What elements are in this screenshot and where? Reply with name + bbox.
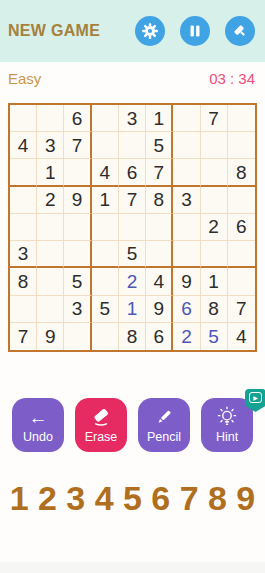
header-bar: NEW GAME	[0, 0, 265, 62]
eraser-icon	[90, 406, 112, 428]
gear-icon	[141, 22, 159, 40]
cell-r4c3[interactable]: 9	[64, 187, 91, 214]
lightbulb-icon	[216, 406, 238, 428]
cell-r7c8[interactable]: 1	[201, 268, 228, 295]
cell-r2c5[interactable]	[119, 132, 146, 159]
cell-r1c6[interactable]: 1	[146, 105, 173, 132]
cell-r1c2[interactable]	[37, 105, 64, 132]
pause-icon	[188, 24, 202, 38]
cell-r8c7[interactable]: 6	[173, 296, 200, 323]
numpad-1[interactable]: 1	[5, 476, 33, 520]
difficulty-label: Easy	[8, 70, 209, 87]
cell-r3c7[interactable]	[173, 159, 200, 186]
numpad-8[interactable]: 8	[203, 476, 231, 520]
cell-r6c8[interactable]	[201, 241, 228, 268]
cell-r7c1[interactable]: 8	[10, 268, 37, 295]
cell-r3c5[interactable]: 6	[119, 159, 146, 186]
cell-r9c2[interactable]: 9	[37, 323, 64, 350]
pause-button[interactable]	[180, 16, 210, 46]
hint-button[interactable]: Hint ▶	[201, 398, 253, 452]
cell-r9c5[interactable]: 8	[119, 323, 146, 350]
settings-button[interactable]	[135, 16, 165, 46]
undo-arrow-icon: ←	[29, 406, 48, 428]
cell-r6c2[interactable]	[37, 241, 64, 268]
cell-r6c1[interactable]: 3	[10, 241, 37, 268]
cell-r9c3[interactable]	[64, 323, 91, 350]
cell-r7c2[interactable]	[37, 268, 64, 295]
cell-r6c6[interactable]	[146, 241, 173, 268]
cell-r9c8[interactable]: 5	[201, 323, 228, 350]
play-icon: ▶	[249, 392, 262, 403]
cell-r4c4[interactable]: 1	[92, 187, 119, 214]
erase-label: Erase	[85, 430, 118, 444]
cell-r3c4[interactable]: 4	[92, 159, 119, 186]
new-game-button[interactable]: NEW GAME	[8, 22, 120, 40]
cell-r4c5[interactable]: 7	[119, 187, 146, 214]
cell-r8c9[interactable]: 7	[228, 296, 255, 323]
cell-r6c9[interactable]	[228, 241, 255, 268]
cell-r2c6[interactable]: 5	[146, 132, 173, 159]
cell-r3c8[interactable]	[201, 159, 228, 186]
cell-r9c4[interactable]	[92, 323, 119, 350]
cell-r4c7[interactable]: 3	[173, 187, 200, 214]
cell-r1c8[interactable]: 7	[201, 105, 228, 132]
undo-label: Undo	[23, 430, 53, 444]
cell-r1c5[interactable]: 3	[119, 105, 146, 132]
cell-r2c7[interactable]	[173, 132, 200, 159]
cell-r5c7[interactable]	[173, 214, 200, 241]
cell-r3c2[interactable]: 1	[37, 159, 64, 186]
cell-r4c1[interactable]	[10, 187, 37, 214]
timer: 03 : 34	[209, 70, 255, 87]
video-ad-play-badge[interactable]: ▶	[245, 389, 265, 412]
hint-label: Hint	[216, 430, 238, 444]
cell-r7c9[interactable]	[228, 268, 255, 295]
cell-r7c7[interactable]: 9	[173, 268, 200, 295]
cell-r8c4[interactable]: 5	[92, 296, 119, 323]
cell-r1c9[interactable]	[228, 105, 255, 132]
pencil-label: Pencil	[147, 430, 181, 444]
sudoku-board: 6317437514678291783263585249135196877986…	[8, 103, 257, 352]
cell-r1c3[interactable]: 6	[64, 105, 91, 132]
cell-r4c8[interactable]	[201, 187, 228, 214]
cell-r8c1[interactable]	[10, 296, 37, 323]
cell-r5c4[interactable]	[92, 214, 119, 241]
cell-r8c8[interactable]: 8	[201, 296, 228, 323]
cell-r1c4[interactable]	[92, 105, 119, 132]
toolbar: ← Undo Erase	[0, 398, 265, 452]
cell-r4c2[interactable]: 2	[37, 187, 64, 214]
cell-r4c6[interactable]: 8	[146, 187, 173, 214]
pencil-button[interactable]: Pencil	[138, 398, 190, 452]
cell-r9c1[interactable]: 7	[10, 323, 37, 350]
theme-button[interactable]	[225, 16, 255, 46]
cell-r9c7[interactable]: 2	[173, 323, 200, 350]
cell-r3c3[interactable]	[64, 159, 91, 186]
cell-r7c3[interactable]: 5	[64, 268, 91, 295]
cell-r2c3[interactable]: 7	[64, 132, 91, 159]
cell-r5c8[interactable]: 2	[201, 214, 228, 241]
cell-r5c5[interactable]	[119, 214, 146, 241]
cell-r8c5[interactable]: 1	[119, 296, 146, 323]
cell-r3c1[interactable]	[10, 159, 37, 186]
cell-r8c2[interactable]	[37, 296, 64, 323]
home-indicator-area	[0, 562, 265, 573]
cell-r9c9[interactable]: 4	[228, 323, 255, 350]
status-bar: Easy 03 : 34	[0, 62, 265, 95]
pencil-icon	[154, 406, 174, 428]
cell-r5c6[interactable]	[146, 214, 173, 241]
cell-r5c9[interactable]: 6	[228, 214, 255, 241]
paint-brush-icon	[231, 22, 249, 40]
sudoku-app: NEW GAME	[0, 0, 265, 573]
cell-r9c6[interactable]: 6	[146, 323, 173, 350]
numpad-7[interactable]: 7	[175, 476, 203, 520]
cell-r8c6[interactable]: 9	[146, 296, 173, 323]
erase-button[interactable]: Erase	[75, 398, 127, 452]
numpad-6[interactable]: 6	[147, 476, 175, 520]
cell-r5c1[interactable]	[10, 214, 37, 241]
undo-button[interactable]: ← Undo	[12, 398, 64, 452]
cell-r2c2[interactable]: 3	[37, 132, 64, 159]
cell-r7c4[interactable]	[92, 268, 119, 295]
numpad-3[interactable]: 3	[62, 476, 90, 520]
cell-r2c4[interactable]	[92, 132, 119, 159]
cell-r6c5[interactable]: 5	[119, 241, 146, 268]
cell-r1c7[interactable]	[173, 105, 200, 132]
cell-r5c2[interactable]	[37, 214, 64, 241]
numpad-2[interactable]: 2	[33, 476, 61, 520]
cell-r3c9[interactable]: 8	[228, 159, 255, 186]
cell-r8c3[interactable]: 3	[64, 296, 91, 323]
cell-r2c9[interactable]	[228, 132, 255, 159]
cell-r5c3[interactable]	[64, 214, 91, 241]
numpad-5[interactable]: 5	[118, 476, 146, 520]
numpad: 123456789	[0, 476, 265, 520]
cell-r4c9[interactable]	[228, 187, 255, 214]
cell-r6c3[interactable]	[64, 241, 91, 268]
cell-r2c1[interactable]: 4	[10, 132, 37, 159]
cell-r7c6[interactable]: 4	[146, 268, 173, 295]
cell-r2c8[interactable]	[201, 132, 228, 159]
cell-r6c7[interactable]	[173, 241, 200, 268]
numpad-9[interactable]: 9	[232, 476, 260, 520]
cell-r7c5[interactable]: 2	[119, 268, 146, 295]
numpad-4[interactable]: 4	[90, 476, 118, 520]
cell-r6c4[interactable]	[92, 241, 119, 268]
cell-r1c1[interactable]	[10, 105, 37, 132]
cell-r3c6[interactable]: 7	[146, 159, 173, 186]
